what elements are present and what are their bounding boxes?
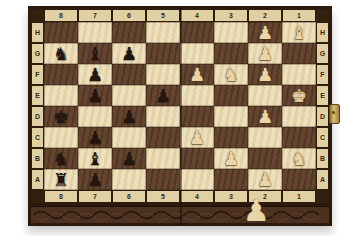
- rank-label-5-bottom: 5: [146, 190, 180, 203]
- square-a6[interactable]: [112, 169, 146, 190]
- white-knight[interactable]: ♞: [223, 64, 239, 85]
- rank-label-4-bottom: 4: [180, 190, 214, 203]
- file-label-d-right: D: [316, 106, 329, 127]
- square-a3[interactable]: [214, 169, 248, 190]
- square-c7[interactable]: ♟: [78, 127, 112, 148]
- square-e3[interactable]: [214, 85, 248, 106]
- square-b2[interactable]: [248, 148, 282, 169]
- black-knight[interactable]: ♞: [53, 148, 69, 169]
- white-pawn[interactable]: ♟: [257, 64, 273, 85]
- black-bishop[interactable]: ♝: [87, 43, 103, 64]
- square-e6[interactable]: [112, 85, 146, 106]
- square-h3[interactable]: [214, 22, 248, 43]
- square-h4[interactable]: [180, 22, 214, 43]
- rank-label-2-top: 2: [248, 9, 282, 22]
- file-label-f-right: F: [316, 64, 329, 85]
- black-pawn[interactable]: ♟: [155, 85, 171, 106]
- square-b8[interactable]: ♞: [44, 148, 78, 169]
- square-a4[interactable]: [180, 169, 214, 190]
- square-b1[interactable]: ♞: [282, 148, 316, 169]
- square-g4[interactable]: [180, 43, 214, 64]
- white-pawn[interactable]: ♟: [223, 148, 239, 169]
- rank-label-5-top: 5: [146, 9, 180, 22]
- board-corner: [31, 190, 44, 203]
- black-pawn[interactable]: ♟: [87, 64, 103, 85]
- carved-scroll-pattern: [31, 207, 323, 223]
- file-label-d-left: D: [31, 106, 44, 127]
- square-f6[interactable]: [112, 64, 146, 85]
- black-pawn[interactable]: ♟: [121, 43, 137, 64]
- rank-label-7-top: 7: [78, 9, 112, 22]
- square-g8[interactable]: ♞: [44, 43, 78, 64]
- file-label-c-left: C: [31, 127, 44, 148]
- square-a5[interactable]: [146, 169, 180, 190]
- file-label-a-right: A: [316, 169, 329, 190]
- square-f1[interactable]: [282, 64, 316, 85]
- white-knight[interactable]: ♞: [291, 148, 307, 169]
- square-b4[interactable]: [180, 148, 214, 169]
- file-label-h-left: H: [31, 22, 44, 43]
- rank-label-4-top: 4: [180, 9, 214, 22]
- square-h1[interactable]: ♝: [282, 22, 316, 43]
- file-label-g-right: G: [316, 43, 329, 64]
- square-d1[interactable]: [282, 106, 316, 127]
- black-pawn[interactable]: ♟: [87, 85, 103, 106]
- black-pawn[interactable]: ♟: [121, 106, 137, 127]
- square-c4[interactable]: ♟: [180, 127, 214, 148]
- square-g2[interactable]: ♟: [248, 43, 282, 64]
- white-pawn[interactable]: ♟: [257, 22, 273, 43]
- square-g5[interactable]: [146, 43, 180, 64]
- rank-label-8-top: 8: [44, 9, 78, 22]
- square-h8[interactable]: [44, 22, 78, 43]
- square-c8[interactable]: [44, 127, 78, 148]
- square-d7[interactable]: [78, 106, 112, 127]
- square-d3[interactable]: [214, 106, 248, 127]
- square-a1[interactable]: [282, 169, 316, 190]
- black-pawn[interactable]: ♟: [87, 127, 103, 148]
- black-king[interactable]: ♚: [53, 106, 69, 127]
- rank-label-8-bottom: 8: [44, 190, 78, 203]
- file-label-b-right: B: [316, 148, 329, 169]
- rank-label-6-top: 6: [112, 9, 146, 22]
- square-c6[interactable]: [112, 127, 146, 148]
- captured-white-pawn[interactable]: ♟: [243, 196, 270, 226]
- file-label-g-left: G: [31, 43, 44, 64]
- square-h6[interactable]: [112, 22, 146, 43]
- rank-label-3-top: 3: [214, 9, 248, 22]
- board-corner: [316, 190, 329, 203]
- square-h5[interactable]: [146, 22, 180, 43]
- square-f2[interactable]: ♟: [248, 64, 282, 85]
- rank-label-1-top: 1: [282, 9, 316, 22]
- black-bishop[interactable]: ♝: [87, 148, 103, 169]
- square-e8[interactable]: [44, 85, 78, 106]
- square-g7[interactable]: ♝: [78, 43, 112, 64]
- file-label-e-left: E: [31, 85, 44, 106]
- square-g1[interactable]: [282, 43, 316, 64]
- file-label-h-right: H: [316, 22, 329, 43]
- square-d5[interactable]: [146, 106, 180, 127]
- square-f4[interactable]: ♟: [180, 64, 214, 85]
- square-e2[interactable]: [248, 85, 282, 106]
- square-g6[interactable]: ♟: [112, 43, 146, 64]
- file-label-a-left: A: [31, 169, 44, 190]
- file-label-b-left: B: [31, 148, 44, 169]
- black-knight[interactable]: ♞: [53, 43, 69, 64]
- white-pawn[interactable]: ♟: [257, 43, 273, 64]
- black-pawn[interactable]: ♟: [121, 148, 137, 169]
- square-f5[interactable]: [146, 64, 180, 85]
- square-b6[interactable]: ♟: [112, 148, 146, 169]
- white-bishop[interactable]: ♝: [291, 22, 307, 43]
- white-pawn[interactable]: ♟: [189, 127, 205, 148]
- file-label-c-right: C: [316, 127, 329, 148]
- square-a2[interactable]: ♟: [248, 169, 282, 190]
- square-a7[interactable]: ♟: [78, 169, 112, 190]
- square-b7[interactable]: ♝: [78, 148, 112, 169]
- square-e4[interactable]: [180, 85, 214, 106]
- file-label-f-left: F: [31, 64, 44, 85]
- black-rook[interactable]: ♜: [53, 169, 69, 190]
- square-d2[interactable]: ♟: [248, 106, 282, 127]
- square-f8[interactable]: [44, 64, 78, 85]
- file-label-e-right: E: [316, 85, 329, 106]
- square-a8[interactable]: ♜: [44, 169, 78, 190]
- chess-board: 87654321H♟♝HG♞♝♟♟GF♟♟♞♟FE♟♟♚ED♚♟♟DC♟♟CB♞…: [28, 6, 332, 226]
- rank-label-6-bottom: 6: [112, 190, 146, 203]
- square-e5[interactable]: ♟: [146, 85, 180, 106]
- square-c3[interactable]: [214, 127, 248, 148]
- rank-label-1-bottom: 1: [282, 190, 316, 203]
- square-f7[interactable]: ♟: [78, 64, 112, 85]
- board-corner: [316, 9, 329, 22]
- square-h2[interactable]: ♟: [248, 22, 282, 43]
- square-f3[interactable]: ♞: [214, 64, 248, 85]
- square-h7[interactable]: [78, 22, 112, 43]
- white-pawn[interactable]: ♟: [257, 169, 273, 190]
- black-pawn[interactable]: ♟: [87, 169, 103, 190]
- product-photo: 87654321H♟♝HG♞♝♟♟GF♟♟♞♟FE♟♟♚ED♚♟♟DC♟♟CB♞…: [0, 0, 360, 236]
- white-king[interactable]: ♚: [291, 85, 307, 106]
- board-corner: [31, 9, 44, 22]
- brass-clasp: [329, 104, 340, 124]
- square-d4[interactable]: [180, 106, 214, 127]
- rank-label-7-bottom: 7: [78, 190, 112, 203]
- square-e1[interactable]: ♚: [282, 85, 316, 106]
- square-d6[interactable]: ♟: [112, 106, 146, 127]
- white-pawn[interactable]: ♟: [257, 106, 273, 127]
- board-fold-seam: [180, 6, 182, 226]
- square-c2[interactable]: [248, 127, 282, 148]
- square-g3[interactable]: [214, 43, 248, 64]
- square-d8[interactable]: ♚: [44, 106, 78, 127]
- square-b3[interactable]: ♟: [214, 148, 248, 169]
- square-c1[interactable]: [282, 127, 316, 148]
- square-c5[interactable]: [146, 127, 180, 148]
- white-pawn[interactable]: ♟: [189, 64, 205, 85]
- square-b5[interactable]: [146, 148, 180, 169]
- square-e7[interactable]: ♟: [78, 85, 112, 106]
